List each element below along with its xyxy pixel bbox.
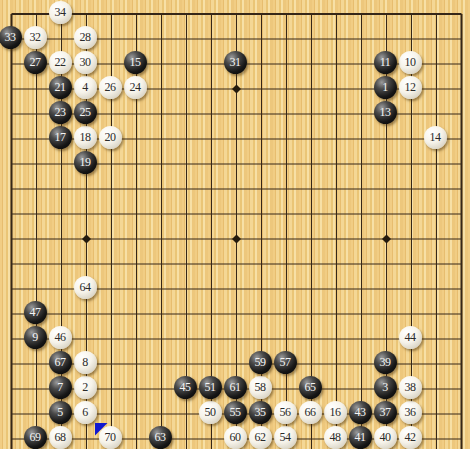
move-number: 61: [230, 380, 241, 394]
move-number: 26: [105, 80, 116, 94]
stone-white-22: 22: [49, 51, 72, 74]
stone-black-41: 41: [349, 426, 372, 449]
stone-white-36: 36: [399, 401, 422, 424]
move-number: 1: [382, 80, 388, 94]
move-number: 22: [55, 55, 66, 69]
stone-black-11: 11: [374, 51, 397, 74]
star-point: [232, 234, 241, 243]
stone-white-64: 64: [74, 276, 97, 299]
stone-black-55: 55: [224, 401, 247, 424]
stone-white-14: 14: [424, 126, 447, 149]
stone-white-20: 20: [99, 126, 122, 149]
stone-white-58: 58: [249, 376, 272, 399]
stone-white-4: 4: [74, 76, 97, 99]
stone-white-18: 18: [74, 126, 97, 149]
stone-black-25: 25: [74, 101, 97, 124]
move-number: 40: [380, 430, 391, 444]
move-number: 17: [55, 130, 66, 144]
stone-black-13: 13: [374, 101, 397, 124]
move-number: 59: [255, 355, 266, 369]
move-number: 9: [32, 330, 38, 344]
stone-white-2: 2: [74, 376, 97, 399]
move-number: 11: [380, 55, 391, 69]
move-number: 39: [380, 355, 391, 369]
stone-white-16: 16: [324, 401, 347, 424]
move-number: 31: [230, 55, 241, 69]
stone-white-24: 24: [124, 76, 147, 99]
move-number: 23: [55, 105, 66, 119]
stone-black-27: 27: [24, 51, 47, 74]
move-number: 46: [55, 330, 66, 344]
move-number: 70: [105, 430, 116, 444]
move-number: 10: [405, 55, 416, 69]
star-point: [232, 84, 241, 93]
stone-white-12: 12: [399, 76, 422, 99]
move-number: 57: [280, 355, 291, 369]
move-number: 47: [30, 305, 41, 319]
move-number: 60: [230, 430, 241, 444]
stone-white-50: 50: [199, 401, 222, 424]
move-number: 69: [30, 430, 41, 444]
stone-black-61: 61: [224, 376, 247, 399]
move-number: 30: [80, 55, 91, 69]
move-number: 34: [55, 5, 66, 19]
stone-white-54: 54: [274, 426, 297, 449]
stone-black-15: 15: [124, 51, 147, 74]
move-number: 64: [80, 280, 91, 294]
move-number: 66: [305, 405, 316, 419]
move-number: 36: [405, 405, 416, 419]
go-board[interactable]: 1234567891011121314151617181920212223242…: [0, 0, 470, 449]
move-number: 43: [355, 405, 366, 419]
stone-white-38: 38: [399, 376, 422, 399]
move-number: 63: [155, 430, 166, 444]
move-number: 56: [280, 405, 291, 419]
stone-black-31: 31: [224, 51, 247, 74]
stone-white-48: 48: [324, 426, 347, 449]
stone-white-30: 30: [74, 51, 97, 74]
stone-black-17: 17: [49, 126, 72, 149]
move-number: 41: [355, 430, 366, 444]
move-number: 6: [82, 405, 88, 419]
stone-white-6: 6: [74, 401, 97, 424]
star-point: [82, 234, 91, 243]
move-number: 42: [405, 430, 416, 444]
stone-white-26: 26: [99, 76, 122, 99]
stone-black-69: 69: [24, 426, 47, 449]
stone-white-10: 10: [399, 51, 422, 74]
star-point: [382, 234, 391, 243]
move-number: 12: [405, 80, 416, 94]
move-number: 25: [80, 105, 91, 119]
stone-white-70: 70: [99, 426, 122, 449]
move-number: 21: [55, 80, 66, 94]
stone-white-44: 44: [399, 326, 422, 349]
stone-black-23: 23: [49, 101, 72, 124]
stone-white-60: 60: [224, 426, 247, 449]
move-number: 7: [57, 380, 63, 394]
move-number: 33: [5, 30, 16, 44]
move-number: 18: [80, 130, 91, 144]
stone-white-34: 34: [49, 1, 72, 24]
move-number: 50: [205, 405, 216, 419]
move-number: 8: [82, 355, 88, 369]
stone-black-9: 9: [24, 326, 47, 349]
stone-white-68: 68: [49, 426, 72, 449]
stone-black-39: 39: [374, 351, 397, 374]
stone-black-21: 21: [49, 76, 72, 99]
move-number: 35: [255, 405, 266, 419]
move-number: 27: [30, 55, 41, 69]
stone-black-45: 45: [174, 376, 197, 399]
move-number: 51: [205, 380, 216, 394]
stone-black-3: 3: [374, 376, 397, 399]
stone-black-67: 67: [49, 351, 72, 374]
move-number: 3: [382, 380, 388, 394]
stone-black-7: 7: [49, 376, 72, 399]
stone-black-5: 5: [49, 401, 72, 424]
move-number: 20: [105, 130, 116, 144]
stone-black-63: 63: [149, 426, 172, 449]
stone-white-56: 56: [274, 401, 297, 424]
stone-white-32: 32: [24, 26, 47, 49]
move-number: 28: [80, 30, 91, 44]
move-number: 4: [82, 80, 88, 94]
move-number: 15: [130, 55, 141, 69]
stone-black-57: 57: [274, 351, 297, 374]
move-number: 24: [130, 80, 141, 94]
stone-black-47: 47: [24, 301, 47, 324]
move-number: 13: [380, 105, 391, 119]
stone-black-35: 35: [249, 401, 272, 424]
stone-black-37: 37: [374, 401, 397, 424]
move-number: 14: [430, 130, 441, 144]
stone-black-33: 33: [0, 26, 22, 49]
move-number: 2: [82, 380, 88, 394]
move-number: 54: [280, 430, 291, 444]
stone-white-8: 8: [74, 351, 97, 374]
move-number: 38: [405, 380, 416, 394]
move-number: 37: [380, 405, 391, 419]
move-number: 67: [55, 355, 66, 369]
stone-white-28: 28: [74, 26, 97, 49]
stone-white-66: 66: [299, 401, 322, 424]
move-number: 65: [305, 380, 316, 394]
stone-white-40: 40: [374, 426, 397, 449]
move-number: 62: [255, 430, 266, 444]
move-number: 19: [80, 155, 91, 169]
move-number: 58: [255, 380, 266, 394]
stone-white-42: 42: [399, 426, 422, 449]
stone-white-46: 46: [49, 326, 72, 349]
move-number: 16: [330, 405, 341, 419]
stone-black-19: 19: [74, 151, 97, 174]
stone-black-59: 59: [249, 351, 272, 374]
stone-black-43: 43: [349, 401, 372, 424]
move-number: 32: [30, 30, 41, 44]
move-number: 44: [405, 330, 416, 344]
move-number: 68: [55, 430, 66, 444]
move-number: 5: [57, 405, 63, 419]
stone-white-62: 62: [249, 426, 272, 449]
move-number: 45: [180, 380, 191, 394]
stone-black-51: 51: [199, 376, 222, 399]
move-number: 48: [330, 430, 341, 444]
move-number: 55: [230, 405, 241, 419]
stone-black-65: 65: [299, 376, 322, 399]
stone-black-1: 1: [374, 76, 397, 99]
